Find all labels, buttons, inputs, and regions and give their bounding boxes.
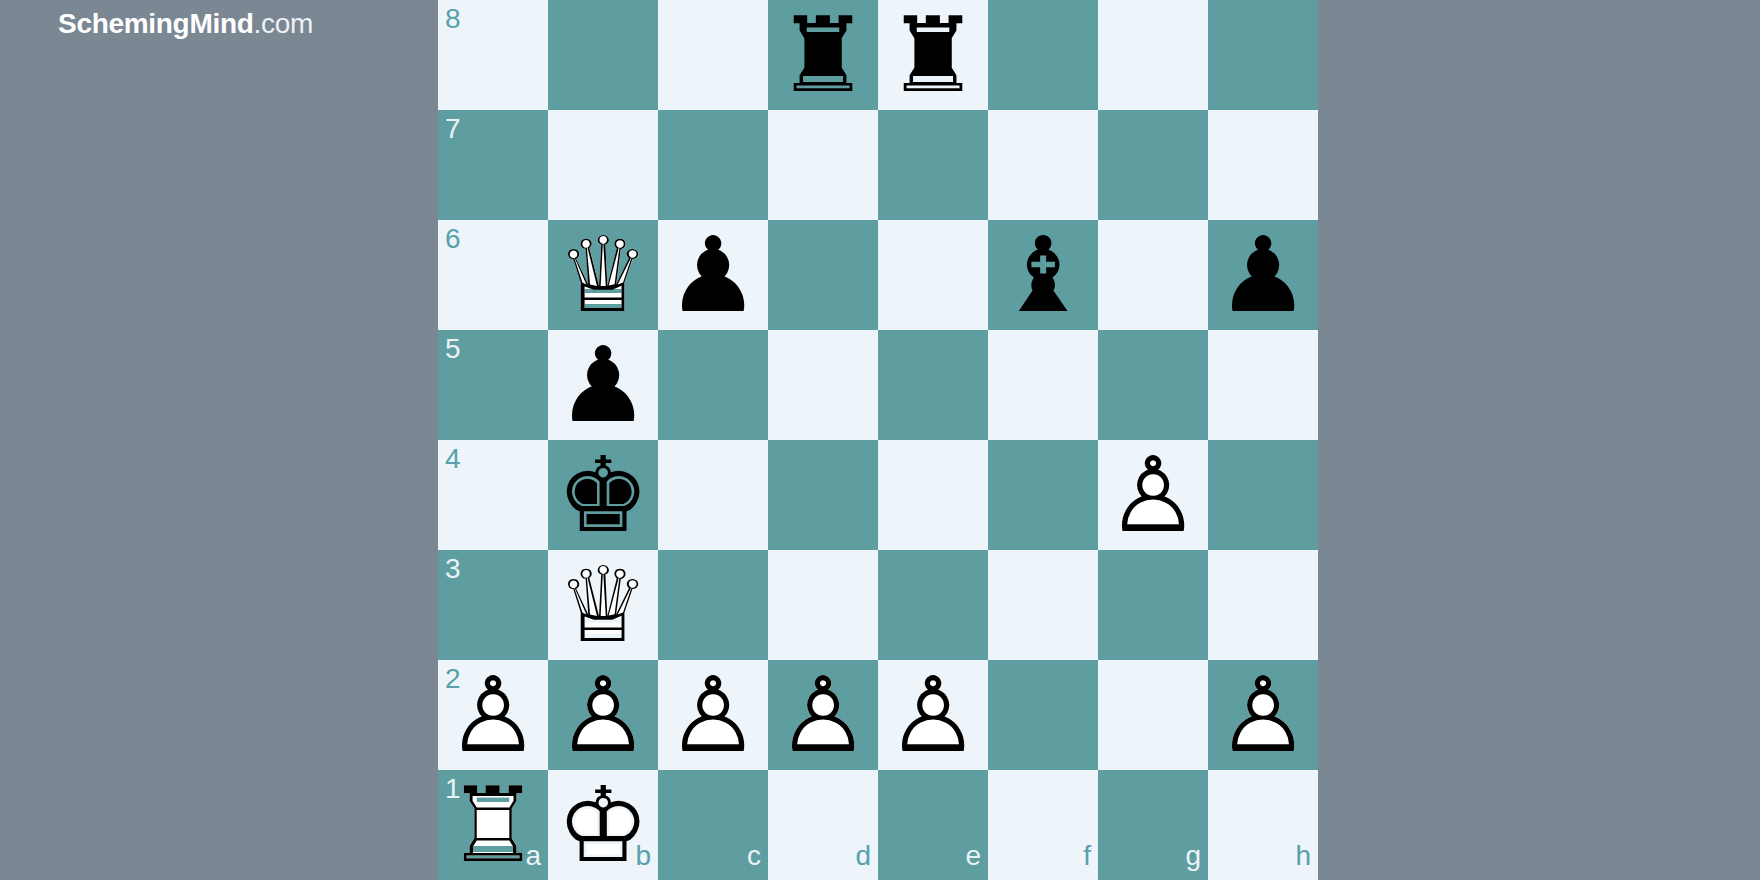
square-b3[interactable]: ♛♕	[548, 550, 658, 660]
white-pawn-outline-icon: ♙	[768, 660, 878, 770]
square-a2[interactable]: 2♟♙	[438, 660, 548, 770]
square-g8[interactable]	[1098, 0, 1208, 110]
piece-white-rook-a1[interactable]: ♜♖	[438, 770, 548, 880]
square-a5[interactable]: 5	[438, 330, 548, 440]
site-logo[interactable]: SchemingMind.com	[58, 8, 313, 40]
file-label-d: d	[855, 842, 871, 870]
piece-black-pawn-h6[interactable]: ♟	[1208, 220, 1318, 330]
square-g6[interactable]	[1098, 220, 1208, 330]
square-b6[interactable]: ♛♕	[548, 220, 658, 330]
square-g4[interactable]: ♟♙	[1098, 440, 1208, 550]
square-c1[interactable]: c	[658, 770, 768, 880]
square-a3[interactable]: 3	[438, 550, 548, 660]
square-d3[interactable]	[768, 550, 878, 660]
white-pawn-outline-icon: ♙	[548, 660, 658, 770]
square-b2[interactable]: ♟♙	[548, 660, 658, 770]
file-label-c: c	[747, 842, 761, 870]
black-bishop-icon: ♝	[988, 220, 1098, 330]
piece-white-pawn-c2[interactable]: ♟♙	[658, 660, 768, 770]
piece-white-pawn-h2[interactable]: ♟♙	[1208, 660, 1318, 770]
square-h2[interactable]: ♟♙	[1208, 660, 1318, 770]
piece-white-pawn-g4[interactable]: ♟♙	[1098, 440, 1208, 550]
square-h1[interactable]: h	[1208, 770, 1318, 880]
piece-white-pawn-d2[interactable]: ♟♙	[768, 660, 878, 770]
square-f8[interactable]	[988, 0, 1098, 110]
white-rook-outline-icon: ♖	[438, 770, 548, 880]
white-pawn-outline-icon: ♙	[438, 660, 548, 770]
rank-label-4: 4	[445, 445, 461, 473]
square-b1[interactable]: b♚♔	[548, 770, 658, 880]
piece-black-king-b4[interactable]: ♚	[548, 440, 658, 550]
rank-label-5: 5	[445, 335, 461, 363]
square-g5[interactable]	[1098, 330, 1208, 440]
white-pawn-outline-icon: ♙	[878, 660, 988, 770]
square-e8[interactable]: ♜	[878, 0, 988, 110]
square-f4[interactable]	[988, 440, 1098, 550]
square-e6[interactable]	[878, 220, 988, 330]
piece-white-queen-b6[interactable]: ♛♕	[548, 220, 658, 330]
square-a7[interactable]: 7	[438, 110, 548, 220]
square-h5[interactable]	[1208, 330, 1318, 440]
piece-white-pawn-e2[interactable]: ♟♙	[878, 660, 988, 770]
square-d7[interactable]	[768, 110, 878, 220]
square-e4[interactable]	[878, 440, 988, 550]
square-f5[interactable]	[988, 330, 1098, 440]
piece-black-pawn-b5[interactable]: ♟	[548, 330, 658, 440]
square-e3[interactable]	[878, 550, 988, 660]
square-h8[interactable]	[1208, 0, 1318, 110]
piece-white-queen-b3[interactable]: ♛♕	[548, 550, 658, 660]
square-a1[interactable]: 1a♜♖	[438, 770, 548, 880]
piece-white-pawn-a2[interactable]: ♟♙	[438, 660, 548, 770]
square-c6[interactable]: ♟	[658, 220, 768, 330]
piece-white-pawn-b2[interactable]: ♟♙	[548, 660, 658, 770]
white-king-outline-icon: ♔	[548, 770, 658, 880]
square-g3[interactable]	[1098, 550, 1208, 660]
rank-label-3: 3	[445, 555, 461, 583]
rank-label-7: 7	[445, 115, 461, 143]
file-label-h: h	[1295, 842, 1311, 870]
square-g1[interactable]: g	[1098, 770, 1208, 880]
piece-black-rook-d8[interactable]: ♜	[768, 0, 878, 110]
square-f7[interactable]	[988, 110, 1098, 220]
square-h3[interactable]	[1208, 550, 1318, 660]
square-g2[interactable]	[1098, 660, 1208, 770]
square-c5[interactable]	[658, 330, 768, 440]
square-b7[interactable]	[548, 110, 658, 220]
square-b8[interactable]	[548, 0, 658, 110]
square-a8[interactable]: 8	[438, 0, 548, 110]
square-d5[interactable]	[768, 330, 878, 440]
square-f6[interactable]: ♝	[988, 220, 1098, 330]
file-label-f: f	[1083, 842, 1091, 870]
square-f3[interactable]	[988, 550, 1098, 660]
rank-label-6: 6	[445, 225, 461, 253]
square-c8[interactable]	[658, 0, 768, 110]
square-d6[interactable]	[768, 220, 878, 330]
file-label-e: e	[965, 842, 981, 870]
square-c3[interactable]	[658, 550, 768, 660]
square-b5[interactable]: ♟	[548, 330, 658, 440]
black-pawn-icon: ♟	[658, 220, 768, 330]
site-logo-domain: .com	[254, 8, 313, 39]
square-d4[interactable]	[768, 440, 878, 550]
piece-white-king-b1[interactable]: ♚♔	[548, 770, 658, 880]
square-f2[interactable]	[988, 660, 1098, 770]
square-d2[interactable]: ♟♙	[768, 660, 878, 770]
white-pawn-outline-icon: ♙	[1098, 440, 1208, 550]
black-pawn-icon: ♟	[548, 330, 658, 440]
square-b4[interactable]: ♚	[548, 440, 658, 550]
white-pawn-outline-icon: ♙	[1208, 660, 1318, 770]
black-rook-icon: ♜	[878, 0, 988, 110]
square-d8[interactable]: ♜	[768, 0, 878, 110]
white-queen-outline-icon: ♕	[548, 220, 658, 330]
square-c4[interactable]	[658, 440, 768, 550]
black-king-icon: ♚	[548, 440, 658, 550]
black-pawn-icon: ♟	[1208, 220, 1318, 330]
piece-black-rook-e8[interactable]: ♜	[878, 0, 988, 110]
square-d1[interactable]: d	[768, 770, 878, 880]
square-g7[interactable]	[1098, 110, 1208, 220]
square-h6[interactable]: ♟	[1208, 220, 1318, 330]
square-e1[interactable]: e	[878, 770, 988, 880]
square-h7[interactable]	[1208, 110, 1318, 220]
square-a6[interactable]: 6	[438, 220, 548, 330]
square-h4[interactable]	[1208, 440, 1318, 550]
chess-board: 8♜♜76♛♕♟♝♟5♟4♚♟♙3♛♕2♟♙♟♙♟♙♟♙♟♙♟♙1a♜♖b♚♔c…	[438, 0, 1318, 880]
square-e7[interactable]	[878, 110, 988, 220]
square-c7[interactable]	[658, 110, 768, 220]
piece-black-bishop-f6[interactable]: ♝	[988, 220, 1098, 330]
white-pawn-outline-icon: ♙	[658, 660, 768, 770]
square-c2[interactable]: ♟♙	[658, 660, 768, 770]
rank-label-8: 8	[445, 5, 461, 33]
piece-black-pawn-c6[interactable]: ♟	[658, 220, 768, 330]
square-a4[interactable]: 4	[438, 440, 548, 550]
white-queen-outline-icon: ♕	[548, 550, 658, 660]
black-rook-icon: ♜	[768, 0, 878, 110]
square-e2[interactable]: ♟♙	[878, 660, 988, 770]
square-e5[interactable]	[878, 330, 988, 440]
square-f1[interactable]: f	[988, 770, 1098, 880]
file-label-g: g	[1185, 842, 1201, 870]
site-logo-brand: SchemingMind	[58, 8, 254, 39]
